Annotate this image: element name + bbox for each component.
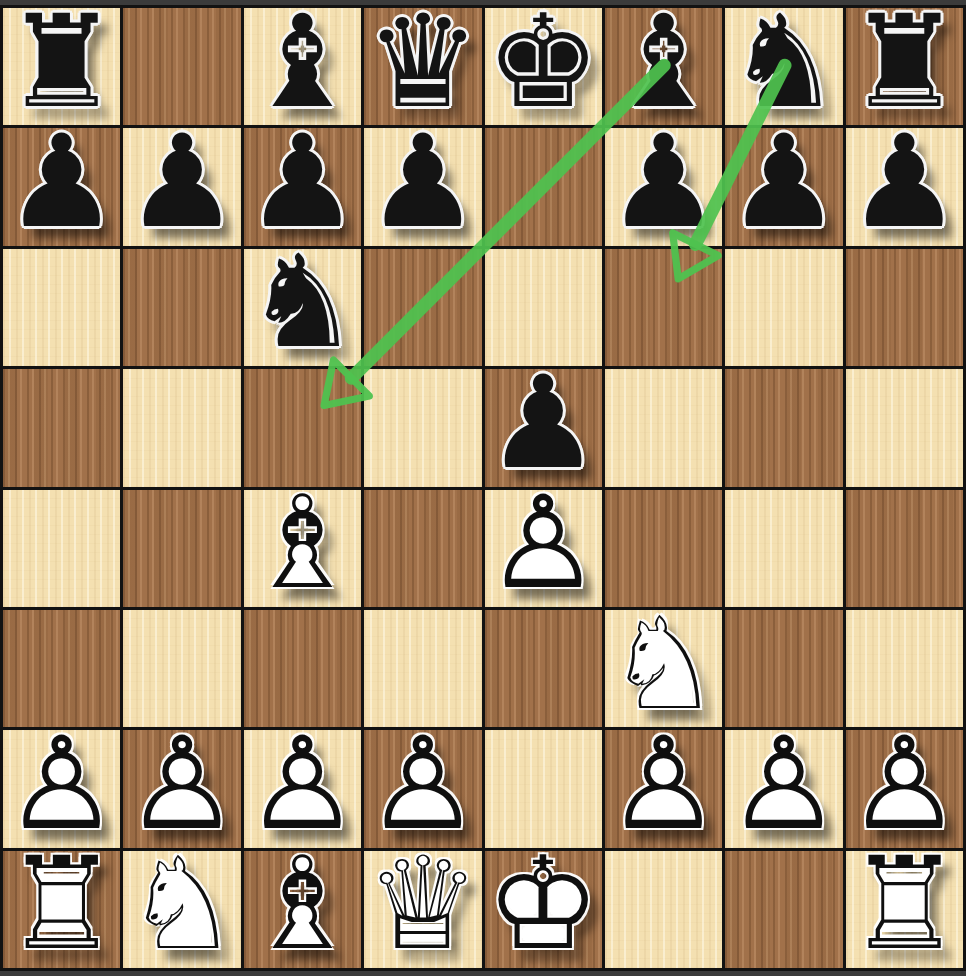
piece-white-rook-h1[interactable]: ♜♖ <box>846 851 963 968</box>
square-d1[interactable]: ♛♕ <box>364 851 481 968</box>
piece-glyph-outline: ♕ <box>365 840 480 968</box>
square-e1[interactable]: ♚♔ <box>485 851 602 968</box>
square-c6[interactable]: ♞ <box>244 249 361 366</box>
square-b5[interactable] <box>123 369 240 486</box>
square-a4[interactable] <box>3 490 120 607</box>
square-d7[interactable]: ♟ <box>364 128 481 245</box>
piece-glyph-outline: ♖ <box>847 840 962 968</box>
piece-glyph-outline: ♙ <box>606 720 721 848</box>
piece-glyph-fill: ♟ <box>727 118 842 246</box>
square-f6[interactable] <box>605 249 722 366</box>
square-g2[interactable]: ♟♙ <box>725 730 842 847</box>
piece-glyph-outline: ♙ <box>486 479 601 607</box>
square-b6[interactable] <box>123 249 240 366</box>
piece-white-pawn-g2[interactable]: ♟♙ <box>725 730 842 847</box>
square-a7[interactable]: ♟ <box>3 128 120 245</box>
piece-black-pawn-h7[interactable]: ♟ <box>846 128 963 245</box>
square-b7[interactable]: ♟ <box>123 128 240 245</box>
piece-glyph-fill: ♟ <box>847 118 962 246</box>
square-a1[interactable]: ♜♖ <box>3 851 120 968</box>
square-e7[interactable] <box>485 128 602 245</box>
square-e8[interactable]: ♚ <box>485 8 602 125</box>
square-g4[interactable] <box>725 490 842 607</box>
piece-white-pawn-f2[interactable]: ♟♙ <box>605 730 722 847</box>
piece-black-pawn-d7[interactable]: ♟ <box>364 128 481 245</box>
square-a5[interactable] <box>3 369 120 486</box>
piece-black-pawn-a7[interactable]: ♟ <box>3 128 120 245</box>
piece-white-knight-b1[interactable]: ♞♘ <box>123 851 240 968</box>
piece-glyph-outline: ♖ <box>4 840 119 968</box>
square-f1[interactable] <box>605 851 722 968</box>
square-g7[interactable]: ♟ <box>725 128 842 245</box>
square-f7[interactable]: ♟ <box>605 128 722 245</box>
piece-glyph-fill: ♞ <box>245 238 360 366</box>
square-b4[interactable] <box>123 490 240 607</box>
piece-glyph-outline: ♔ <box>486 840 601 968</box>
piece-black-pawn-f7[interactable]: ♟ <box>605 128 722 245</box>
square-d6[interactable] <box>364 249 481 366</box>
piece-black-pawn-b7[interactable]: ♟ <box>123 128 240 245</box>
piece-white-rook-a1[interactable]: ♜♖ <box>3 851 120 968</box>
chess-board: ♜♝♛♚♝♞♜♟♟♟♟♟♟♟♞♟♝♗♟♙♞♘♟♙♟♙♟♙♟♙♟♙♟♙♟♙♜♖♞♘… <box>0 5 966 971</box>
square-d5[interactable] <box>364 369 481 486</box>
chess-app-window: ♜♝♛♚♝♞♜♟♟♟♟♟♟♟♞♟♝♗♟♙♞♘♟♙♟♙♟♙♟♙♟♙♟♙♟♙♜♖♞♘… <box>0 0 966 976</box>
square-h6[interactable] <box>846 249 963 366</box>
piece-black-pawn-g7[interactable]: ♟ <box>725 128 842 245</box>
square-c4[interactable]: ♝♗ <box>244 490 361 607</box>
piece-glyph-fill: ♟ <box>365 118 480 246</box>
piece-white-king-e1[interactable]: ♚♔ <box>485 851 602 968</box>
piece-glyph-fill: ♚ <box>486 0 601 126</box>
piece-white-bishop-c1[interactable]: ♝♗ <box>244 851 361 968</box>
piece-glyph-fill: ♟ <box>125 118 240 246</box>
piece-glyph-outline: ♘ <box>125 840 240 968</box>
piece-white-queen-d1[interactable]: ♛♕ <box>364 851 481 968</box>
piece-black-king-e8[interactable]: ♚ <box>485 8 602 125</box>
piece-white-pawn-e4[interactable]: ♟♙ <box>485 490 602 607</box>
square-h5[interactable] <box>846 369 963 486</box>
piece-glyph-outline: ♗ <box>245 840 360 968</box>
square-g1[interactable] <box>725 851 842 968</box>
square-c1[interactable]: ♝♗ <box>244 851 361 968</box>
board-area: ♜♝♛♚♝♞♜♟♟♟♟♟♟♟♞♟♝♗♟♙♞♘♟♙♟♙♟♙♟♙♟♙♟♙♟♙♜♖♞♘… <box>0 5 966 971</box>
square-h4[interactable] <box>846 490 963 607</box>
square-f2[interactable]: ♟♙ <box>605 730 722 847</box>
square-g5[interactable] <box>725 369 842 486</box>
piece-glyph-fill: ♟ <box>606 118 721 246</box>
square-h1[interactable]: ♜♖ <box>846 851 963 968</box>
piece-white-bishop-c4[interactable]: ♝♗ <box>244 490 361 607</box>
square-f5[interactable] <box>605 369 722 486</box>
square-e3[interactable] <box>485 610 602 727</box>
piece-black-knight-c6[interactable]: ♞ <box>244 249 361 366</box>
square-h7[interactable]: ♟ <box>846 128 963 245</box>
piece-glyph-outline: ♙ <box>727 720 842 848</box>
square-g6[interactable] <box>725 249 842 366</box>
piece-glyph-outline: ♗ <box>245 479 360 607</box>
square-d4[interactable] <box>364 490 481 607</box>
piece-glyph-fill: ♟ <box>4 118 119 246</box>
square-e4[interactable]: ♟♙ <box>485 490 602 607</box>
square-b1[interactable]: ♞♘ <box>123 851 240 968</box>
square-a6[interactable] <box>3 249 120 366</box>
